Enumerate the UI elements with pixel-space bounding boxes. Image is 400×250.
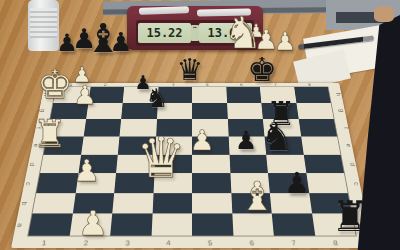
coord-label-g: g [338, 109, 345, 112]
coord-label-5: 5 [206, 82, 209, 87]
clock-center-indicator: ▪▪ [191, 25, 199, 41]
square-c5 [192, 173, 231, 193]
coord-label-1: 1 [41, 240, 46, 247]
square-e7 [264, 136, 303, 154]
square-g5 [192, 103, 227, 119]
square-c1 [36, 173, 78, 193]
square-d1 [40, 154, 81, 173]
coord-label-7: 7 [274, 82, 277, 87]
coord-label-e: e [344, 144, 352, 147]
coord-label-2: 2 [83, 240, 88, 247]
square-d3 [116, 154, 155, 173]
square-e5 [192, 136, 229, 154]
square-a6 [232, 214, 274, 236]
square-h3 [123, 87, 158, 103]
square-e3 [118, 136, 156, 154]
square-e4 [155, 136, 192, 154]
photo-chess-scene: 15.22 ▪▪ 13.02 1122334455667788hhggffeed… [0, 0, 400, 250]
square-f4 [156, 119, 192, 136]
coord-label-g: g [39, 109, 46, 112]
chess-board: 1122334455667788hhggffeeddccbbaa [6, 52, 378, 250]
coord-label-h: h [42, 93, 49, 96]
board-grid [27, 86, 357, 236]
coord-label-h: h [334, 93, 341, 96]
coord-label-6: 6 [249, 240, 254, 247]
square-h2 [88, 87, 124, 103]
coord-label-a: a [15, 224, 24, 228]
square-h1 [53, 87, 90, 103]
square-a2 [69, 214, 112, 236]
coord-label-7: 7 [291, 240, 297, 247]
square-a1 [28, 214, 72, 236]
square-h6 [226, 87, 261, 103]
square-h4 [157, 87, 192, 103]
player-elbow [374, 6, 394, 22]
coord-label-e: e [32, 144, 40, 147]
square-b2 [72, 193, 114, 214]
square-a5 [192, 214, 233, 236]
coord-label-3: 3 [125, 240, 129, 247]
square-a8 [312, 214, 356, 236]
square-d7 [266, 154, 306, 173]
coord-label-5: 5 [208, 240, 213, 247]
coord-label-4: 4 [166, 240, 171, 247]
square-d6 [229, 154, 268, 173]
clock-button-left [139, 6, 189, 15]
square-f1 [47, 119, 86, 136]
square-h8 [294, 87, 331, 103]
square-f6 [227, 119, 264, 136]
square-c3 [114, 173, 154, 193]
square-b7 [270, 193, 312, 214]
square-b3 [112, 193, 153, 214]
board-vinyl-mat: 1122334455667788hhggffeeddccbbaa [11, 83, 373, 248]
square-e8 [301, 136, 341, 154]
square-e6 [228, 136, 266, 154]
square-g8 [296, 103, 334, 119]
clock-right-time: 13.02 [199, 23, 252, 43]
square-d5 [192, 154, 230, 173]
coord-label-6: 6 [240, 82, 243, 87]
square-b8 [309, 193, 352, 214]
square-g4 [157, 103, 192, 119]
square-c2 [75, 173, 116, 193]
square-d4 [154, 154, 192, 173]
square-f5 [192, 119, 228, 136]
coord-label-3: 3 [138, 82, 141, 87]
square-e2 [81, 136, 120, 154]
square-c7 [268, 173, 309, 193]
square-b5 [192, 193, 232, 214]
square-b1 [32, 193, 75, 214]
square-d2 [78, 154, 118, 173]
square-c4 [153, 173, 192, 193]
square-e1 [44, 136, 84, 154]
coord-label-f: f [35, 127, 42, 128]
square-h7 [260, 87, 296, 103]
coord-label-b: b [20, 202, 28, 206]
square-c6 [230, 173, 270, 193]
square-f2 [83, 119, 121, 136]
coord-label-8: 8 [332, 240, 338, 247]
square-b6 [231, 193, 272, 214]
square-f3 [120, 119, 157, 136]
square-f7 [263, 119, 301, 136]
coord-label-c: c [352, 182, 360, 185]
square-h5 [192, 87, 227, 103]
square-g1 [50, 103, 88, 119]
square-b4 [152, 193, 192, 214]
square-c8 [306, 173, 348, 193]
coord-label-f: f [342, 127, 349, 128]
coord-label-c: c [24, 182, 32, 185]
clock-lcd-panel: 15.22 ▪▪ 13.02 [136, 20, 254, 46]
square-a4 [151, 214, 192, 236]
water-bottle-label [30, 8, 57, 38]
coord-label-2: 2 [104, 82, 107, 87]
coord-label-4: 4 [172, 82, 175, 87]
clock-left-time: 15.22 [138, 23, 191, 43]
coord-label-d: d [348, 162, 356, 165]
chess-clock: 15.22 ▪▪ 13.02 [127, 6, 263, 50]
square-a3 [110, 214, 152, 236]
square-a7 [272, 214, 315, 236]
square-g6 [227, 103, 263, 119]
square-g7 [261, 103, 298, 119]
clock-button-right [197, 9, 251, 17]
square-g3 [121, 103, 157, 119]
coord-label-8: 8 [308, 82, 312, 87]
square-g2 [86, 103, 123, 119]
coord-label-d: d [28, 162, 36, 165]
square-f8 [298, 119, 337, 136]
square-d8 [303, 154, 344, 173]
